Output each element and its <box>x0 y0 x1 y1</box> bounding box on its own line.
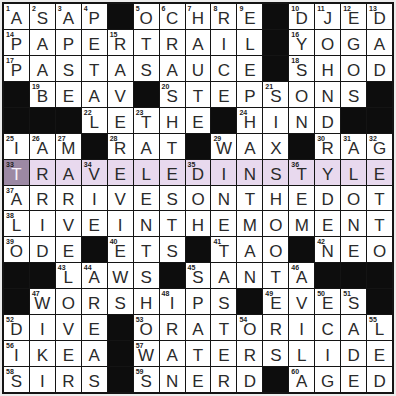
cell-letter: E <box>89 36 100 55</box>
cell-r1c13[interactable]: 11J <box>315 4 340 29</box>
cell-r14c7[interactable]: A <box>160 341 185 366</box>
cell-r12c2[interactable]: 47W <box>30 289 55 314</box>
cell-r5c4[interactable]: 22L <box>82 108 107 133</box>
cell-letter: M <box>295 217 309 236</box>
cell-r13c13[interactable]: C <box>315 315 340 340</box>
cell-r2c13[interactable]: O <box>315 30 340 55</box>
crossword-board: 1A2S3A4P5O6C7H8R9E10D11J12E13D14PAPE15RT… <box>2 2 394 394</box>
cell-letter: A <box>244 140 255 159</box>
cell-letter: E <box>140 191 151 210</box>
cell-letter: E <box>244 10 255 29</box>
block-r4c6 <box>134 82 159 107</box>
cell-r4c10[interactable]: P <box>237 82 262 107</box>
cell-letter: D <box>347 347 359 366</box>
cell-letter: M <box>243 217 257 236</box>
cell-r11c6[interactable]: S <box>134 263 159 288</box>
cell-r14c14[interactable]: D <box>341 341 366 366</box>
cell-letter: D <box>322 191 334 210</box>
cell-r9c13[interactable]: E <box>315 211 340 236</box>
clue-number: 45 <box>188 263 196 272</box>
cell-r15c15[interactable]: D <box>367 367 392 392</box>
cell-r1c8[interactable]: 7H <box>186 4 211 29</box>
cell-r9c11[interactable]: O <box>263 211 288 236</box>
cell-r12c13[interactable]: 50E <box>315 289 340 314</box>
cell-r5c10[interactable]: 24H <box>237 108 262 133</box>
cell-r4c4[interactable]: A <box>82 82 107 107</box>
cell-letter: V <box>115 88 126 107</box>
cell-letter: R <box>166 321 178 340</box>
cell-r3c6[interactable]: S <box>134 56 159 81</box>
cell-r7c2[interactable]: R <box>30 160 55 185</box>
cell-r14c8[interactable]: T <box>186 341 211 366</box>
clue-number: 38 <box>6 211 14 220</box>
cell-letter: T <box>167 140 177 159</box>
cell-r14c4[interactable]: A <box>82 341 107 366</box>
cell-r13c7[interactable]: R <box>160 315 185 340</box>
cell-r14c15[interactable]: E <box>367 341 392 366</box>
cell-r8c13[interactable]: D <box>315 186 340 211</box>
cell-r1c4[interactable]: 4P <box>82 4 107 29</box>
cell-r12c9[interactable]: S <box>211 289 236 314</box>
block-r2c11 <box>263 30 288 55</box>
cell-r5c13[interactable]: D <box>315 108 340 133</box>
cell-r2c8[interactable]: A <box>186 30 211 55</box>
cell-r2c14[interactable]: G <box>341 30 366 55</box>
cell-letter: V <box>296 295 307 314</box>
cell-r4c14[interactable]: S <box>341 82 366 107</box>
cell-r14c1[interactable]: 56I <box>4 341 29 366</box>
cell-r7c9[interactable]: I <box>211 160 236 185</box>
cell-r6c13[interactable]: 30R <box>315 134 340 159</box>
cell-r3c14[interactable]: O <box>341 56 366 81</box>
cell-r2c1[interactable]: 14P <box>4 30 29 55</box>
cell-letter: N <box>166 373 178 392</box>
block-r6c12 <box>289 134 314 159</box>
cell-r2c10[interactable]: L <box>237 30 262 55</box>
cell-letter: E <box>63 243 74 262</box>
cell-r15c7[interactable]: N <box>160 367 185 392</box>
cell-r13c15[interactable]: 55L <box>367 315 392 340</box>
block-r1c5 <box>108 4 133 29</box>
block-r11c15 <box>367 263 392 288</box>
cell-letter: S <box>166 191 177 210</box>
block-r10c4 <box>82 237 107 262</box>
cell-r13c4[interactable]: E <box>82 315 107 340</box>
cell-letter: P <box>89 10 100 29</box>
cell-letter: O <box>269 243 282 262</box>
cell-r3c3[interactable]: S <box>56 56 81 81</box>
clue-number: 3 <box>58 4 62 13</box>
clue-number: 1 <box>6 4 10 13</box>
cell-letter: T <box>271 269 281 288</box>
cell-r10c11[interactable]: O <box>263 237 288 262</box>
cell-r7c6[interactable]: L <box>134 160 159 185</box>
cell-r9c10[interactable]: M <box>237 211 262 236</box>
cell-letter: S <box>140 62 151 81</box>
block-r5c3 <box>56 108 81 133</box>
cell-r3c7[interactable]: A <box>160 56 185 81</box>
cell-r6c14[interactable]: 31A <box>341 134 366 159</box>
cell-r6c2[interactable]: 26A <box>30 134 55 159</box>
cell-r9c3[interactable]: V <box>56 211 81 236</box>
cell-r9c5[interactable]: I <box>108 211 133 236</box>
clue-number: 41 <box>213 237 221 246</box>
cell-letter: I <box>14 140 19 159</box>
block-r4c1 <box>4 82 29 107</box>
cell-r12c6[interactable]: H <box>134 289 159 314</box>
cell-r7c10[interactable]: N <box>237 160 262 185</box>
cell-r11c8[interactable]: 45S <box>186 263 211 288</box>
cell-letter: I <box>273 114 278 133</box>
cell-letter: R <box>62 373 74 392</box>
cell-r11c12[interactable]: 46A <box>289 263 314 288</box>
cell-r3c2[interactable]: A <box>30 56 55 81</box>
cell-letter: N <box>244 269 256 288</box>
cell-r14c12[interactable]: L <box>289 341 314 366</box>
cell-letter: H <box>166 114 178 133</box>
cell-r9c14[interactable]: N <box>341 211 366 236</box>
cell-r1c3[interactable]: 3A <box>56 4 81 29</box>
clue-number: 39 <box>6 237 14 246</box>
cell-r9c7[interactable]: T <box>160 211 185 236</box>
cell-r8c4[interactable]: I <box>82 186 107 211</box>
cell-letter: T <box>374 217 384 236</box>
cell-r12c4[interactable]: R <box>82 289 107 314</box>
cell-r4c3[interactable]: E <box>56 82 81 107</box>
clue-number: 21 <box>265 82 273 91</box>
cell-r12c3[interactable]: O <box>56 289 81 314</box>
cell-r10c2[interactable]: D <box>30 237 55 262</box>
cell-letter: T <box>219 321 229 340</box>
cell-letter: S <box>166 243 177 262</box>
clue-number: 52 <box>6 315 14 324</box>
cell-r7c4[interactable]: 34V <box>82 160 107 185</box>
cell-letter: T <box>167 217 177 236</box>
cell-r4c13[interactable]: N <box>315 82 340 107</box>
cell-r2c12[interactable]: 16Y <box>289 30 314 55</box>
cell-r1c10[interactable]: 9E <box>237 4 262 29</box>
cell-r4c8[interactable]: T <box>186 82 211 107</box>
cell-r14c9[interactable]: E <box>211 341 236 366</box>
cell-r2c4[interactable]: E <box>82 30 107 55</box>
cell-r3c10[interactable]: E <box>237 56 262 81</box>
cell-r8c2[interactable]: R <box>30 186 55 211</box>
cell-r1c15[interactable]: 13D <box>367 4 392 29</box>
block-r5c9 <box>211 108 236 133</box>
cell-r1c1[interactable]: 1A <box>4 4 29 29</box>
cell-r2c7[interactable]: R <box>160 30 185 55</box>
cell-letter: E <box>322 217 333 236</box>
cell-r15c14[interactable]: E <box>341 367 366 392</box>
cell-r1c2[interactable]: 2S <box>30 4 55 29</box>
cell-r2c6[interactable]: T <box>134 30 159 55</box>
cell-r7c11[interactable]: S <box>263 160 288 185</box>
cell-r9c9[interactable]: E <box>211 211 236 236</box>
cell-r3c15[interactable]: D <box>367 56 392 81</box>
clue-number: 8 <box>213 4 217 13</box>
cell-r1c12[interactable]: 10D <box>289 4 314 29</box>
cell-r11c10[interactable]: N <box>237 263 262 288</box>
cell-letter: E <box>63 88 74 107</box>
cell-r10c14[interactable]: E <box>341 237 366 262</box>
cell-r12c11[interactable]: 49E <box>263 289 288 314</box>
block-r11c7 <box>160 263 185 288</box>
cell-r9c6[interactable]: N <box>134 211 159 236</box>
cell-letter: R <box>270 321 282 340</box>
cell-r10c6[interactable]: T <box>134 237 159 262</box>
cell-letter: O <box>321 36 334 55</box>
cell-r10c15[interactable]: O <box>367 237 392 262</box>
cell-r7c12[interactable]: 36T <box>289 160 314 185</box>
cell-letter: H <box>270 191 282 210</box>
cell-r13c1[interactable]: 52D <box>4 315 29 340</box>
cell-r15c1[interactable]: 58S <box>4 367 29 392</box>
cell-r5c6[interactable]: 23T <box>134 108 159 133</box>
block-r5c2 <box>30 108 55 133</box>
cell-r2c9[interactable]: I <box>211 30 236 55</box>
cell-r8c14[interactable]: O <box>341 186 366 211</box>
block-r3c11 <box>263 56 288 81</box>
cell-r8c3[interactable]: R <box>56 186 81 211</box>
cell-r2c5[interactable]: 15R <box>108 30 133 55</box>
cell-r7c14[interactable]: L <box>341 160 366 185</box>
cell-r15c12[interactable]: 60A <box>289 367 314 392</box>
cell-r13c6[interactable]: 53O <box>134 315 159 340</box>
cell-r13c10[interactable]: 54O <box>237 315 262 340</box>
cell-r10c9[interactable]: 41T <box>211 237 236 262</box>
clue-number: 4 <box>84 4 88 13</box>
cell-letter: K <box>37 347 48 366</box>
cell-r15c13[interactable]: G <box>315 367 340 392</box>
cell-letter: V <box>63 321 74 340</box>
cell-letter: T <box>193 347 203 366</box>
block-r5c14 <box>341 108 366 133</box>
cell-letter: N <box>140 217 152 236</box>
clue-number: 11 <box>317 4 324 13</box>
cell-letter: A <box>192 321 203 340</box>
cell-letter: S <box>63 62 74 81</box>
cell-letter: O <box>373 243 386 262</box>
cell-r8c6[interactable]: E <box>134 186 159 211</box>
cell-r14c11[interactable]: S <box>263 341 288 366</box>
cell-letter: O <box>295 88 308 107</box>
cell-r12c14[interactable]: 51S <box>341 289 366 314</box>
cell-r7c13[interactable]: Y <box>315 160 340 185</box>
cell-r10c10[interactable]: A <box>237 237 262 262</box>
cell-r4c5[interactable]: V <box>108 82 133 107</box>
cell-r10c7[interactable]: S <box>160 237 185 262</box>
clue-number: 28 <box>110 134 118 143</box>
cell-r7c8[interactable]: 35D <box>186 160 211 185</box>
cell-r9c15[interactable]: T <box>367 211 392 236</box>
cell-r13c2[interactable]: I <box>30 315 55 340</box>
cell-r10c13[interactable]: 42N <box>315 237 340 262</box>
clue-number: 29 <box>213 134 221 143</box>
cell-r13c9[interactable]: T <box>211 315 236 340</box>
cell-letter: E <box>244 62 255 81</box>
cell-r15c9[interactable]: R <box>211 367 236 392</box>
cell-r15c2[interactable]: I <box>30 367 55 392</box>
cell-r15c3[interactable]: R <box>56 367 81 392</box>
cell-letter: D <box>373 62 385 81</box>
cell-letter: E <box>218 347 229 366</box>
clue-number: 14 <box>6 30 14 39</box>
cell-r7c15[interactable]: E <box>367 160 392 185</box>
clue-number: 17 <box>6 56 14 65</box>
cell-r5c7[interactable]: H <box>160 108 185 133</box>
cell-letter: R <box>218 373 230 392</box>
cell-r8c12[interactable]: E <box>289 186 314 211</box>
cell-r6c10[interactable]: A <box>237 134 262 159</box>
cell-r2c2[interactable]: A <box>30 30 55 55</box>
cell-letter: E <box>218 217 229 236</box>
cell-r15c8[interactable]: E <box>186 367 211 392</box>
cell-r14c10[interactable]: R <box>237 341 262 366</box>
cell-r12c7[interactable]: 48I <box>160 289 185 314</box>
cell-r12c5[interactable]: S <box>108 289 133 314</box>
cell-r3c9[interactable]: C <box>211 56 236 81</box>
cell-r2c15[interactable]: A <box>367 30 392 55</box>
cell-r13c12[interactable]: I <box>289 315 314 340</box>
cell-r11c3[interactable]: 43L <box>56 263 81 288</box>
cell-r6c1[interactable]: 25I <box>4 134 29 159</box>
cell-letter: E <box>115 114 126 133</box>
cell-r12c12[interactable]: V <box>289 289 314 314</box>
cell-r9c2[interactable]: I <box>30 211 55 236</box>
block-r13c5 <box>108 315 133 340</box>
cell-r3c1[interactable]: 17P <box>4 56 29 81</box>
clue-number: 33 <box>6 160 14 169</box>
cell-r8c8[interactable]: O <box>186 186 211 211</box>
cell-r6c5[interactable]: 28R <box>108 134 133 159</box>
cell-r8c7[interactable]: S <box>160 186 185 211</box>
cell-r15c4[interactable]: S <box>82 367 107 392</box>
cell-r10c3[interactable]: E <box>56 237 81 262</box>
clue-number: 55 <box>369 315 377 324</box>
cell-r5c12[interactable]: N <box>289 108 314 133</box>
cell-letter: N <box>322 88 334 107</box>
cell-r13c3[interactable]: V <box>56 315 81 340</box>
cell-r5c8[interactable]: E <box>186 108 211 133</box>
cell-letter: J <box>323 10 332 29</box>
cell-r6c11[interactable]: X <box>263 134 288 159</box>
cell-letter: S <box>348 88 359 107</box>
cell-letter: G <box>347 36 360 55</box>
cell-letter: E <box>63 347 74 366</box>
cell-r15c6[interactable]: 59S <box>134 367 159 392</box>
cell-r4c7[interactable]: 20S <box>160 82 185 107</box>
cell-r15c10[interactable]: D <box>237 367 262 392</box>
cell-r8c9[interactable]: N <box>211 186 236 211</box>
cell-r9c12[interactable]: M <box>289 211 314 236</box>
cell-r11c4[interactable]: 44A <box>82 263 107 288</box>
cell-r12c8[interactable]: P <box>186 289 211 314</box>
cell-r3c13[interactable]: H <box>315 56 340 81</box>
cell-letter: T <box>89 62 99 81</box>
cell-r6c3[interactable]: 27M <box>56 134 81 159</box>
cell-r11c5[interactable]: W <box>108 263 133 288</box>
cell-r6c15[interactable]: 32G <box>367 134 392 159</box>
cell-r9c4[interactable]: E <box>82 211 107 236</box>
cell-letter: H <box>192 217 204 236</box>
cell-r5c5[interactable]: E <box>108 108 133 133</box>
cell-r6c6[interactable]: A <box>134 134 159 159</box>
cell-r11c9[interactable]: A <box>211 263 236 288</box>
cell-r1c14[interactable]: 12E <box>341 4 366 29</box>
selected-cell-r7c1[interactable]: 33T <box>4 160 29 185</box>
cell-r8c15[interactable]: T <box>367 186 392 211</box>
cell-r14c6[interactable]: 57W <box>134 341 159 366</box>
cell-letter: E <box>348 373 359 392</box>
cell-r8c10[interactable]: T <box>237 186 262 211</box>
cell-r9c8[interactable]: H <box>186 211 211 236</box>
cell-letter: A <box>11 10 22 29</box>
cell-r8c11[interactable]: H <box>263 186 288 211</box>
cell-r6c7[interactable]: T <box>160 134 185 159</box>
cell-r2c3[interactable]: P <box>56 30 81 55</box>
cell-letter: L <box>245 36 254 55</box>
cell-letter: I <box>40 373 45 392</box>
cell-r4c9[interactable]: E <box>211 82 236 107</box>
clue-number: 36 <box>291 160 299 169</box>
cell-letter: G <box>321 373 334 392</box>
cell-letter: O <box>347 191 360 210</box>
cell-r3c4[interactable]: T <box>82 56 107 81</box>
cell-r7c7[interactable]: E <box>160 160 185 185</box>
cell-r13c14[interactable]: A <box>341 315 366 340</box>
cell-r9c1[interactable]: 38L <box>4 211 29 236</box>
cell-r14c3[interactable]: E <box>56 341 81 366</box>
cell-r14c2[interactable]: K <box>30 341 55 366</box>
cell-r1c6[interactable]: 5O <box>134 4 159 29</box>
cell-r5c11[interactable]: I <box>263 108 288 133</box>
cell-r3c8[interactable]: U <box>186 56 211 81</box>
cell-r7c5[interactable]: E <box>108 160 133 185</box>
cell-r11c11[interactable]: T <box>263 263 288 288</box>
cell-letter: A <box>244 243 255 262</box>
cell-r7c3[interactable]: A <box>56 160 81 185</box>
clue-number: 12 <box>343 4 351 13</box>
cell-r4c11[interactable]: 21S <box>263 82 288 107</box>
clue-number: 23 <box>136 108 144 117</box>
cell-r14c13[interactable]: I <box>315 341 340 366</box>
cell-r1c9[interactable]: 8R <box>211 4 236 29</box>
cell-r8c5[interactable]: V <box>108 186 133 211</box>
cell-r1c7[interactable]: 6C <box>160 4 185 29</box>
cell-r13c11[interactable]: R <box>263 315 288 340</box>
cell-letter: I <box>222 166 227 185</box>
cell-r3c12[interactable]: 18S <box>289 56 314 81</box>
clue-number: 48 <box>162 289 170 298</box>
cell-letter: O <box>191 191 204 210</box>
cell-r13c8[interactable]: A <box>186 315 211 340</box>
cell-r4c2[interactable]: 19B <box>30 82 55 107</box>
cell-letter: R <box>244 347 256 366</box>
clue-number: 44 <box>84 263 92 272</box>
cell-r10c5[interactable]: 40E <box>108 237 133 262</box>
cell-r10c1[interactable]: 39O <box>4 237 29 262</box>
cell-letter: D <box>244 373 256 392</box>
cell-letter: R <box>218 10 230 29</box>
cell-r3c5[interactable]: A <box>108 56 133 81</box>
cell-r4c12[interactable]: O <box>289 82 314 107</box>
cell-letter: R <box>62 191 74 210</box>
cell-letter: C <box>166 10 178 29</box>
cell-r8c1[interactable]: 37A <box>4 186 29 211</box>
cell-r6c9[interactable]: 29W <box>211 134 236 159</box>
cell-letter: E <box>115 166 126 185</box>
cell-letter: I <box>222 36 227 55</box>
